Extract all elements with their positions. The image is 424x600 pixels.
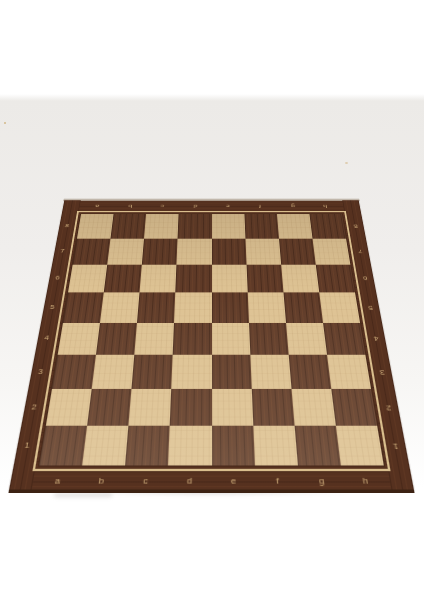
square-e8: [212, 214, 246, 239]
rank-label-6: 6: [55, 275, 60, 281]
square-h8: [309, 214, 346, 239]
square-g3: [288, 354, 331, 388]
square-h1: [336, 426, 384, 466]
square-f8: [244, 214, 279, 239]
square-g4: [286, 323, 327, 355]
file-label-a: a: [95, 203, 100, 208]
dust-speck: [4, 122, 6, 124]
square-b7: [107, 239, 144, 265]
square-g1: [294, 426, 340, 466]
rank-label-4: 4: [44, 335, 50, 342]
square-h6: [316, 265, 355, 293]
square-c6: [140, 265, 177, 293]
square-d1: [168, 426, 211, 466]
square-e4: [212, 323, 250, 355]
square-c5: [137, 293, 175, 323]
square-f7: [245, 239, 281, 265]
square-f5: [247, 293, 285, 323]
square-g5: [283, 293, 323, 323]
rank-label-1: 1: [24, 442, 31, 451]
square-d6: [176, 265, 212, 293]
file-label-h: h: [323, 203, 328, 208]
square-a7: [73, 239, 111, 265]
file-labels-top: abcdefgh: [81, 200, 343, 211]
board-front-edge: [8, 490, 414, 494]
square-b8: [111, 214, 147, 239]
square-e5: [212, 293, 249, 323]
square-c2: [129, 389, 172, 426]
file-label-e: e: [231, 476, 236, 485]
square-d7: [177, 239, 212, 265]
file-label-d: d: [187, 476, 192, 485]
square-b4: [96, 323, 137, 355]
square-g2: [291, 389, 335, 426]
file-label-g: g: [318, 476, 324, 485]
square-g6: [281, 265, 319, 293]
file-label-b: b: [98, 476, 104, 485]
square-f1: [253, 426, 298, 466]
chess-board: abcdefgh abcdefgh 87654321 87654321: [9, 200, 414, 490]
file-label-c: c: [161, 203, 165, 208]
square-b6: [104, 265, 142, 293]
file-label-g: g: [291, 203, 295, 208]
square-b1: [82, 426, 128, 466]
shadow-smudge: [54, 493, 112, 497]
rank-label-7: 7: [60, 248, 65, 254]
square-h3: [327, 354, 371, 388]
square-g7: [279, 239, 316, 265]
rank-label-2: 2: [386, 403, 392, 411]
file-label-d: d: [193, 203, 197, 208]
rank-label-7: 7: [358, 248, 363, 254]
square-d8: [178, 214, 212, 239]
square-e2: [212, 389, 253, 426]
square-c4: [135, 323, 175, 355]
square-c7: [142, 239, 178, 265]
file-label-e: e: [226, 203, 230, 208]
square-a2: [46, 389, 92, 426]
square-b3: [92, 354, 135, 388]
square-h7: [312, 239, 350, 265]
square-b2: [87, 389, 131, 426]
square-f4: [249, 323, 289, 355]
file-labels-bottom: abcdefgh: [34, 471, 389, 491]
rank-label-8: 8: [65, 223, 70, 228]
rank-label-5: 5: [368, 304, 374, 310]
playing-field: [38, 214, 385, 467]
square-d2: [170, 389, 211, 426]
square-c3: [132, 354, 173, 388]
square-f2: [251, 389, 294, 426]
rank-label-2: 2: [31, 403, 37, 411]
square-a1: [39, 426, 87, 466]
square-f3: [250, 354, 291, 388]
square-a3: [52, 354, 96, 388]
rank-label-3: 3: [38, 368, 44, 375]
square-e6: [212, 265, 248, 293]
dust-speck: [345, 162, 348, 164]
square-e1: [212, 426, 255, 466]
rank-label-6: 6: [363, 275, 368, 281]
square-e7: [212, 239, 247, 265]
square-c1: [125, 426, 170, 466]
file-label-f: f: [259, 203, 261, 208]
file-label-c: c: [143, 476, 148, 485]
square-b5: [100, 293, 140, 323]
square-d4: [173, 323, 211, 355]
rank-label-4: 4: [373, 335, 379, 342]
square-h5: [319, 293, 360, 323]
square-a4: [58, 323, 100, 355]
square-a8: [77, 214, 114, 239]
file-label-f: f: [276, 476, 279, 485]
square-a5: [63, 293, 104, 323]
file-label-a: a: [54, 476, 61, 485]
square-f6: [246, 265, 283, 293]
square-c8: [144, 214, 179, 239]
file-label-b: b: [128, 203, 132, 208]
square-a6: [68, 265, 107, 293]
square-g8: [277, 214, 313, 239]
square-d5: [174, 293, 211, 323]
file-label-h: h: [362, 476, 369, 485]
square-d3: [172, 354, 212, 388]
square-h4: [323, 323, 365, 355]
square-h2: [331, 389, 377, 426]
rank-label-1: 1: [393, 442, 400, 451]
rank-label-5: 5: [49, 304, 55, 310]
square-e3: [212, 354, 252, 388]
rank-label-8: 8: [353, 223, 358, 228]
rank-label-3: 3: [379, 368, 385, 375]
